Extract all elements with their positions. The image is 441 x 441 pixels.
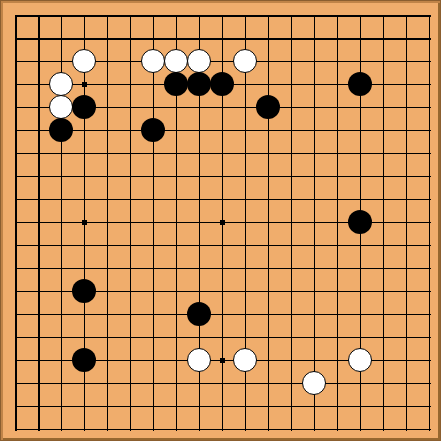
- white-stone: ○: [233, 348, 257, 372]
- board-points: ○○○○○○●●●●○●●●●●●●●○○○○: [4, 4, 441, 441]
- star-point: [82, 220, 87, 225]
- star-point: [220, 358, 225, 363]
- white-stone: ○: [348, 348, 372, 372]
- white-stone: ○: [72, 49, 96, 73]
- black-stone: ●: [141, 118, 165, 142]
- white-stone: ○: [233, 49, 257, 73]
- black-stone: ●: [72, 95, 96, 119]
- black-stone: ●: [348, 72, 372, 96]
- black-stone: ●: [348, 210, 372, 234]
- black-stone: ●: [49, 118, 73, 142]
- black-stone: ●: [72, 279, 96, 303]
- white-stone: ○: [187, 49, 211, 73]
- black-stone: ●: [72, 348, 96, 372]
- white-stone: ○: [164, 49, 188, 73]
- black-stone: ●: [164, 72, 188, 96]
- star-point: [82, 82, 87, 87]
- white-stone: ○: [302, 371, 326, 395]
- black-stone: ●: [187, 302, 211, 326]
- star-point: [220, 220, 225, 225]
- black-stone: ●: [256, 95, 280, 119]
- black-stone: ●: [210, 72, 234, 96]
- white-stone: ○: [187, 348, 211, 372]
- white-stone: ○: [49, 72, 73, 96]
- white-stone: ○: [141, 49, 165, 73]
- white-stone: ○: [49, 95, 73, 119]
- black-stone: ●: [187, 72, 211, 96]
- go-board[interactable]: ○○○○○○●●●●○●●●●●●●●○○○○: [0, 0, 441, 441]
